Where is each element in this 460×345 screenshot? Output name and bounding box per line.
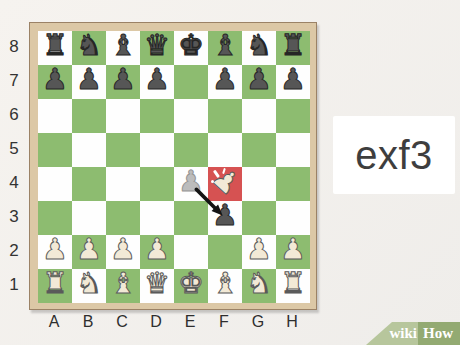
file-labels: ABCDEFGH <box>37 313 309 331</box>
piece-bP-a7: ♟ <box>38 62 72 96</box>
square-g4 <box>242 167 276 201</box>
piece-bR-a8: ♜ <box>38 28 72 62</box>
square-h4 <box>276 167 310 201</box>
impact-spark-mark <box>211 180 214 183</box>
square-e8: ♚ <box>174 31 208 65</box>
file-label-B: B <box>71 313 105 331</box>
square-g8: ♞ <box>242 31 276 65</box>
file-label-F: F <box>207 313 241 331</box>
square-d5 <box>140 133 174 167</box>
square-c5 <box>106 133 140 167</box>
square-d3 <box>140 201 174 235</box>
piece-bP-f7: ♟ <box>208 62 242 96</box>
piece-wP-g2: ♟ <box>242 232 276 266</box>
square-a5 <box>38 133 72 167</box>
piece-wP-h2: ♟ <box>276 232 310 266</box>
square-d6 <box>140 99 174 133</box>
piece-bN-g8: ♞ <box>242 28 276 62</box>
wikihow-watermark: wiki How <box>366 322 460 345</box>
square-g6 <box>242 99 276 133</box>
square-h5 <box>276 133 310 167</box>
square-h2: ♟ <box>276 235 310 269</box>
piece-wP-d2: ♟ <box>140 232 174 266</box>
piece-bB-f8: ♝ <box>208 28 242 62</box>
piece-bP-c7: ♟ <box>106 62 140 96</box>
square-f1: ♝ <box>208 269 242 303</box>
square-e7 <box>174 65 208 99</box>
square-d7: ♟ <box>140 65 174 99</box>
square-e4: ♟ <box>174 167 208 201</box>
square-f2 <box>208 235 242 269</box>
square-c3 <box>106 201 140 235</box>
square-f8: ♝ <box>208 31 242 65</box>
rank-label-2: 2 <box>2 234 26 268</box>
square-f3: ♟ <box>208 201 242 235</box>
square-b3 <box>72 201 106 235</box>
rank-label-4: 4 <box>2 166 26 200</box>
piece-bP-g7: ♟ <box>242 62 276 96</box>
wikihow-wiki-text: wiki <box>389 325 417 342</box>
square-a4 <box>38 167 72 201</box>
file-label-H: H <box>275 313 309 331</box>
square-a3 <box>38 201 72 235</box>
move-caption-text: exf3 <box>355 133 433 178</box>
piece-wB-f1: ♝ <box>208 266 242 300</box>
square-f6 <box>208 99 242 133</box>
piece-wQ-d1: ♛ <box>140 266 174 300</box>
move-caption-box: exf3 <box>333 116 455 194</box>
chess-board: ♜♞♝♛♚♝♞♜♟♟♟♟♟♟♟♟♟♟♟♟♟♟♟♟♜♞♝♛♚♝♞♜ <box>38 31 310 303</box>
square-c1: ♝ <box>106 269 140 303</box>
square-c6 <box>106 99 140 133</box>
square-b6 <box>72 99 106 133</box>
square-b4 <box>72 167 106 201</box>
rank-labels: 87654321 <box>2 30 26 302</box>
square-h6 <box>276 99 310 133</box>
square-a7: ♟ <box>38 65 72 99</box>
square-d8: ♛ <box>140 31 174 65</box>
file-label-G: G <box>241 313 275 331</box>
square-d1: ♛ <box>140 269 174 303</box>
square-g5 <box>242 133 276 167</box>
piece-wK-e1: ♚ <box>174 266 208 300</box>
piece-wR-a1: ♜ <box>38 266 72 300</box>
piece-wB-c1: ♝ <box>106 266 140 300</box>
square-e3 <box>174 201 208 235</box>
piece-bP-f3: ♟ <box>208 198 242 232</box>
square-d2: ♟ <box>140 235 174 269</box>
square-a1: ♜ <box>38 269 72 303</box>
piece-bQ-d8: ♛ <box>140 28 174 62</box>
file-label-D: D <box>139 313 173 331</box>
square-f4: ♟ <box>208 167 242 201</box>
file-label-A: A <box>37 313 71 331</box>
square-b7: ♟ <box>72 65 106 99</box>
piece-bP-b7: ♟ <box>72 62 106 96</box>
rank-label-5: 5 <box>2 132 26 166</box>
square-c7: ♟ <box>106 65 140 99</box>
square-h7: ♟ <box>276 65 310 99</box>
square-e2 <box>174 235 208 269</box>
square-b5 <box>72 133 106 167</box>
square-c4 <box>106 167 140 201</box>
square-h3 <box>276 201 310 235</box>
square-b8: ♞ <box>72 31 106 65</box>
rank-label-1: 1 <box>2 268 26 302</box>
piece-wP-a2: ♟ <box>38 232 72 266</box>
rank-label-7: 7 <box>2 64 26 98</box>
rank-label-8: 8 <box>2 30 26 64</box>
square-e6 <box>174 99 208 133</box>
piece-wN-b1: ♞ <box>72 266 106 300</box>
piece-bP-h7: ♟ <box>276 62 310 96</box>
square-b2: ♟ <box>72 235 106 269</box>
rank-label-6: 6 <box>2 98 26 132</box>
piece-bN-b8: ♞ <box>72 28 106 62</box>
square-a6 <box>38 99 72 133</box>
file-label-C: C <box>105 313 139 331</box>
piece-wP-c2: ♟ <box>106 232 140 266</box>
wikihow-chess-step-image: 87654321 ♜♞♝♛♚♝♞♜♟♟♟♟♟♟♟♟♟♟♟♟♟♟♟♟♜♞♝♛♚♝♞… <box>0 0 460 345</box>
square-h1: ♜ <box>276 269 310 303</box>
piece-bB-c8: ♝ <box>106 28 140 62</box>
square-c8: ♝ <box>106 31 140 65</box>
file-label-E: E <box>173 313 207 331</box>
square-d4 <box>140 167 174 201</box>
square-g7: ♟ <box>242 65 276 99</box>
square-g1: ♞ <box>242 269 276 303</box>
square-c2: ♟ <box>106 235 140 269</box>
square-a8: ♜ <box>38 31 72 65</box>
square-e1: ♚ <box>174 269 208 303</box>
square-a2: ♟ <box>38 235 72 269</box>
square-g3 <box>242 201 276 235</box>
square-h8: ♜ <box>276 31 310 65</box>
piece-bK-e8: ♚ <box>174 28 208 62</box>
piece-wP-b2: ♟ <box>72 232 106 266</box>
piece-bP-d7: ♟ <box>140 62 174 96</box>
square-b1: ♞ <box>72 269 106 303</box>
wikihow-how-text: How <box>418 322 460 345</box>
square-g2: ♟ <box>242 235 276 269</box>
piece-wR-h1: ♜ <box>276 266 310 300</box>
square-f7: ♟ <box>208 65 242 99</box>
piece-wN-g1: ♞ <box>242 266 276 300</box>
piece-bR-h8: ♜ <box>276 28 310 62</box>
rank-label-3: 3 <box>2 200 26 234</box>
square-e5 <box>174 133 208 167</box>
chess-board-frame: ♜♞♝♛♚♝♞♜♟♟♟♟♟♟♟♟♟♟♟♟♟♟♟♟♜♞♝♛♚♝♞♜ <box>29 22 317 310</box>
